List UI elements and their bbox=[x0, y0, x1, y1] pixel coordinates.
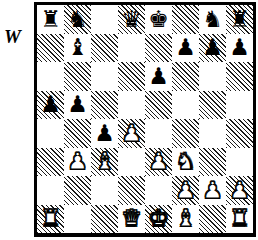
white-rook-piece: ♜ bbox=[226, 205, 253, 234]
square-c7 bbox=[91, 34, 118, 63]
black-pawn-piece: ♟ bbox=[172, 34, 199, 63]
square-c1 bbox=[91, 205, 118, 234]
white-pawn-piece: ♟ bbox=[226, 176, 253, 205]
black-rook-piece: ♜ bbox=[226, 5, 253, 34]
square-f8 bbox=[172, 5, 199, 34]
black-king-piece: ♚ bbox=[145, 5, 172, 34]
white-pawn-piece: ♟ bbox=[64, 148, 91, 177]
black-rook-piece: ♜ bbox=[37, 5, 64, 34]
square-f5 bbox=[172, 91, 199, 120]
square-b2 bbox=[64, 176, 91, 205]
square-f1: ♝ bbox=[172, 205, 199, 234]
square-g8: ♞ bbox=[199, 5, 226, 34]
white-bishop-piece: ♝ bbox=[91, 148, 118, 177]
square-b5: ♟ bbox=[64, 91, 91, 120]
square-e4 bbox=[145, 119, 172, 148]
white-pawn-piece: ♟ bbox=[172, 176, 199, 205]
square-g5 bbox=[199, 91, 226, 120]
square-b3: ♟ bbox=[64, 148, 91, 177]
square-b4 bbox=[64, 119, 91, 148]
square-g7: ♟ bbox=[199, 34, 226, 63]
square-c4: ♟ bbox=[91, 119, 118, 148]
square-d6 bbox=[118, 62, 145, 91]
square-g3 bbox=[199, 148, 226, 177]
side-to-move-label: W bbox=[4, 26, 21, 48]
white-knight-piece: ♞ bbox=[172, 148, 199, 177]
square-a3 bbox=[37, 148, 64, 177]
square-e1: ♚ bbox=[145, 205, 172, 234]
square-f3: ♞ bbox=[172, 148, 199, 177]
white-pawn-piece: ♟ bbox=[118, 119, 145, 148]
white-king-piece: ♚ bbox=[145, 205, 172, 234]
square-f4 bbox=[172, 119, 199, 148]
square-e7 bbox=[145, 34, 172, 63]
square-e8: ♚ bbox=[145, 5, 172, 34]
board-frame: ♜♞♛♚♞♜♝♟♟♟♟♟♟♟♟♟♝♟♞♟♟♟♜♛♚♝♜ bbox=[34, 2, 256, 237]
square-h6 bbox=[226, 62, 253, 91]
square-d7 bbox=[118, 34, 145, 63]
square-h5 bbox=[226, 91, 253, 120]
black-pawn-piece: ♟ bbox=[37, 91, 64, 120]
square-a1: ♜ bbox=[37, 205, 64, 234]
square-f2: ♟ bbox=[172, 176, 199, 205]
square-a4 bbox=[37, 119, 64, 148]
square-a2 bbox=[37, 176, 64, 205]
chess-diagram: W ♜♞♛♚♞♜♝♟♟♟♟♟♟♟♟♟♝♟♞♟♟♟♜♛♚♝♜ bbox=[0, 0, 258, 240]
square-a6 bbox=[37, 62, 64, 91]
white-rook-piece: ♜ bbox=[37, 205, 64, 234]
white-queen-piece: ♛ bbox=[118, 205, 145, 234]
square-h1: ♜ bbox=[226, 205, 253, 234]
black-knight-piece: ♞ bbox=[64, 5, 91, 34]
white-pawn-piece: ♟ bbox=[145, 148, 172, 177]
square-b1 bbox=[64, 205, 91, 234]
square-d3 bbox=[118, 148, 145, 177]
square-a5: ♟ bbox=[37, 91, 64, 120]
square-c2 bbox=[91, 176, 118, 205]
square-d8: ♛ bbox=[118, 5, 145, 34]
square-g2: ♟ bbox=[199, 176, 226, 205]
white-bishop-piece: ♝ bbox=[172, 205, 199, 234]
square-c8 bbox=[91, 5, 118, 34]
square-e3: ♟ bbox=[145, 148, 172, 177]
square-e5 bbox=[145, 91, 172, 120]
square-d4: ♟ bbox=[118, 119, 145, 148]
board: ♜♞♛♚♞♜♝♟♟♟♟♟♟♟♟♟♝♟♞♟♟♟♜♛♚♝♜ bbox=[37, 5, 253, 233]
square-c3: ♝ bbox=[91, 148, 118, 177]
square-h3 bbox=[226, 148, 253, 177]
square-b7: ♝ bbox=[64, 34, 91, 63]
square-h2: ♟ bbox=[226, 176, 253, 205]
black-pawn-piece: ♟ bbox=[226, 34, 253, 63]
black-bishop-piece: ♝ bbox=[64, 34, 91, 63]
square-e2 bbox=[145, 176, 172, 205]
black-queen-piece: ♛ bbox=[118, 5, 145, 34]
black-pawn-piece: ♟ bbox=[145, 62, 172, 91]
square-b8: ♞ bbox=[64, 5, 91, 34]
square-c6 bbox=[91, 62, 118, 91]
square-h4 bbox=[226, 119, 253, 148]
square-f6 bbox=[172, 62, 199, 91]
square-e6: ♟ bbox=[145, 62, 172, 91]
square-a7 bbox=[37, 34, 64, 63]
square-h8: ♜ bbox=[226, 5, 253, 34]
square-g6 bbox=[199, 62, 226, 91]
white-pawn-piece: ♟ bbox=[199, 176, 226, 205]
square-g4 bbox=[199, 119, 226, 148]
black-pawn-piece: ♟ bbox=[91, 119, 118, 148]
square-h7: ♟ bbox=[226, 34, 253, 63]
square-a8: ♜ bbox=[37, 5, 64, 34]
square-f7: ♟ bbox=[172, 34, 199, 63]
square-d2 bbox=[118, 176, 145, 205]
square-c5 bbox=[91, 91, 118, 120]
black-pawn-piece: ♟ bbox=[64, 91, 91, 120]
square-g1 bbox=[199, 205, 226, 234]
square-d5 bbox=[118, 91, 145, 120]
black-pawn-piece: ♟ bbox=[199, 34, 226, 63]
square-b6 bbox=[64, 62, 91, 91]
square-d1: ♛ bbox=[118, 205, 145, 234]
black-knight-piece: ♞ bbox=[199, 5, 226, 34]
